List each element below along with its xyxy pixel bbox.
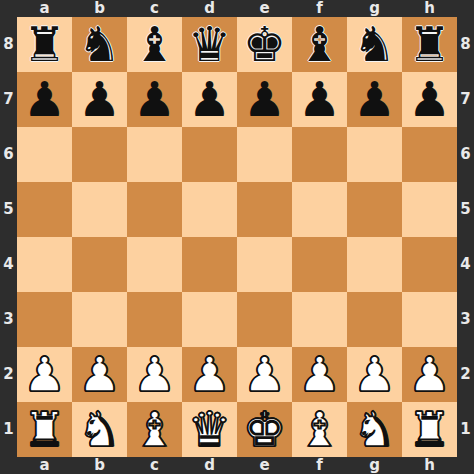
chessboard-screenshot: abcdefgh8♜♞♝♛♚♝♞♜87♟♟♟♟♟♟♟♟7665544332♟♟♟…: [0, 0, 474, 474]
square-b2[interactable]: ♟: [72, 347, 127, 402]
square-e8[interactable]: ♚: [237, 17, 292, 72]
rank-label-left-2: 2: [0, 347, 17, 402]
square-d6[interactable]: [182, 127, 237, 182]
file-label-bottom-f: f: [292, 457, 347, 474]
piece-black-pawn[interactable]: ♟: [237, 72, 292, 127]
square-e6[interactable]: [237, 127, 292, 182]
piece-white-king[interactable]: ♚: [237, 402, 292, 457]
piece-white-pawn[interactable]: ♟: [402, 347, 457, 402]
piece-white-bishop[interactable]: ♝: [127, 402, 182, 457]
square-c2[interactable]: ♟: [127, 347, 182, 402]
piece-black-knight[interactable]: ♞: [72, 17, 127, 72]
square-b6[interactable]: [72, 127, 127, 182]
piece-white-knight[interactable]: ♞: [347, 402, 402, 457]
rank-label-left-3: 3: [0, 292, 17, 347]
file-label-top-c: c: [127, 0, 182, 17]
square-g4[interactable]: [347, 237, 402, 292]
board-border-corner: [457, 457, 474, 474]
file-label-bottom-c: c: [127, 457, 182, 474]
piece-white-queen[interactable]: ♛: [182, 402, 237, 457]
square-e2[interactable]: ♟: [237, 347, 292, 402]
piece-black-pawn[interactable]: ♟: [72, 72, 127, 127]
piece-black-pawn[interactable]: ♟: [347, 72, 402, 127]
rank-label-right-1: 1: [457, 402, 474, 457]
square-g7[interactable]: ♟: [347, 72, 402, 127]
rank-label-right-4: 4: [457, 237, 474, 292]
square-b3[interactable]: [72, 292, 127, 347]
square-d8[interactable]: ♛: [182, 17, 237, 72]
square-c1[interactable]: ♝: [127, 402, 182, 457]
square-f1[interactable]: ♝: [292, 402, 347, 457]
board-border-corner: [0, 0, 17, 17]
rank-label-right-6: 6: [457, 127, 474, 182]
square-h8[interactable]: ♜: [402, 17, 457, 72]
square-d4[interactable]: [182, 237, 237, 292]
piece-white-pawn[interactable]: ♟: [17, 347, 72, 402]
square-g1[interactable]: ♞: [347, 402, 402, 457]
square-a1[interactable]: ♜: [17, 402, 72, 457]
square-h3[interactable]: [402, 292, 457, 347]
piece-black-rook[interactable]: ♜: [17, 17, 72, 72]
file-label-top-g: g: [347, 0, 402, 17]
square-d5[interactable]: [182, 182, 237, 237]
square-e1[interactable]: ♚: [237, 402, 292, 457]
square-b4[interactable]: [72, 237, 127, 292]
piece-black-bishop[interactable]: ♝: [292, 17, 347, 72]
piece-black-pawn[interactable]: ♟: [127, 72, 182, 127]
square-f7[interactable]: ♟: [292, 72, 347, 127]
piece-black-bishop[interactable]: ♝: [127, 17, 182, 72]
file-label-bottom-e: e: [237, 457, 292, 474]
square-f3[interactable]: [292, 292, 347, 347]
file-label-bottom-d: d: [182, 457, 237, 474]
square-g3[interactable]: [347, 292, 402, 347]
square-f6[interactable]: [292, 127, 347, 182]
file-label-top-a: a: [17, 0, 72, 17]
rank-label-left-7: 7: [0, 72, 17, 127]
board-border-corner: [457, 0, 474, 17]
square-f2[interactable]: ♟: [292, 347, 347, 402]
piece-white-pawn[interactable]: ♟: [127, 347, 182, 402]
square-a5[interactable]: [17, 182, 72, 237]
rank-label-left-8: 8: [0, 17, 17, 72]
square-g5[interactable]: [347, 182, 402, 237]
piece-black-pawn[interactable]: ♟: [17, 72, 72, 127]
square-h2[interactable]: ♟: [402, 347, 457, 402]
file-label-bottom-b: b: [72, 457, 127, 474]
rank-label-right-2: 2: [457, 347, 474, 402]
piece-black-king[interactable]: ♚: [237, 17, 292, 72]
piece-white-bishop[interactable]: ♝: [292, 402, 347, 457]
piece-black-pawn[interactable]: ♟: [182, 72, 237, 127]
square-c8[interactable]: ♝: [127, 17, 182, 72]
piece-black-pawn[interactable]: ♟: [402, 72, 457, 127]
piece-white-rook[interactable]: ♜: [402, 402, 457, 457]
piece-white-pawn[interactable]: ♟: [237, 347, 292, 402]
square-b1[interactable]: ♞: [72, 402, 127, 457]
rank-label-right-3: 3: [457, 292, 474, 347]
square-h5[interactable]: [402, 182, 457, 237]
square-e7[interactable]: ♟: [237, 72, 292, 127]
square-c7[interactable]: ♟: [127, 72, 182, 127]
chess-board: abcdefgh8♜♞♝♛♚♝♞♜87♟♟♟♟♟♟♟♟7665544332♟♟♟…: [0, 0, 474, 474]
square-a7[interactable]: ♟: [17, 72, 72, 127]
square-d1[interactable]: ♛: [182, 402, 237, 457]
rank-label-left-6: 6: [0, 127, 17, 182]
square-f5[interactable]: [292, 182, 347, 237]
piece-white-pawn[interactable]: ♟: [182, 347, 237, 402]
square-e5[interactable]: [237, 182, 292, 237]
square-a8[interactable]: ♜: [17, 17, 72, 72]
file-label-top-e: e: [237, 0, 292, 17]
square-e4[interactable]: [237, 237, 292, 292]
square-a6[interactable]: [17, 127, 72, 182]
square-a4[interactable]: [17, 237, 72, 292]
piece-black-queen[interactable]: ♛: [182, 17, 237, 72]
square-g6[interactable]: [347, 127, 402, 182]
square-a3[interactable]: [17, 292, 72, 347]
rank-label-right-7: 7: [457, 72, 474, 127]
square-g2[interactable]: ♟: [347, 347, 402, 402]
rank-label-left-5: 5: [0, 182, 17, 237]
file-label-top-d: d: [182, 0, 237, 17]
square-h4[interactable]: [402, 237, 457, 292]
square-d3[interactable]: [182, 292, 237, 347]
square-c4[interactable]: [127, 237, 182, 292]
square-c3[interactable]: [127, 292, 182, 347]
square-f8[interactable]: ♝: [292, 17, 347, 72]
piece-black-knight[interactable]: ♞: [347, 17, 402, 72]
rank-label-right-5: 5: [457, 182, 474, 237]
piece-white-pawn[interactable]: ♟: [72, 347, 127, 402]
square-e3[interactable]: [237, 292, 292, 347]
square-b5[interactable]: [72, 182, 127, 237]
square-h6[interactable]: [402, 127, 457, 182]
piece-white-rook[interactable]: ♜: [17, 402, 72, 457]
piece-white-knight[interactable]: ♞: [72, 402, 127, 457]
square-f4[interactable]: [292, 237, 347, 292]
square-c5[interactable]: [127, 182, 182, 237]
file-label-top-b: b: [72, 0, 127, 17]
file-label-top-f: f: [292, 0, 347, 17]
piece-white-pawn[interactable]: ♟: [347, 347, 402, 402]
file-label-top-h: h: [402, 0, 457, 17]
file-label-bottom-g: g: [347, 457, 402, 474]
square-c6[interactable]: [127, 127, 182, 182]
file-label-bottom-h: h: [402, 457, 457, 474]
file-label-bottom-a: a: [17, 457, 72, 474]
square-b7[interactable]: ♟: [72, 72, 127, 127]
square-g8[interactable]: ♞: [347, 17, 402, 72]
board-border-corner: [0, 457, 17, 474]
rank-label-right-8: 8: [457, 17, 474, 72]
rank-label-left-1: 1: [0, 402, 17, 457]
square-a2[interactable]: ♟: [17, 347, 72, 402]
piece-black-pawn[interactable]: ♟: [292, 72, 347, 127]
square-d7[interactable]: ♟: [182, 72, 237, 127]
piece-black-rook[interactable]: ♜: [402, 17, 457, 72]
square-h7[interactable]: ♟: [402, 72, 457, 127]
rank-label-left-4: 4: [0, 237, 17, 292]
piece-white-pawn[interactable]: ♟: [292, 347, 347, 402]
square-h1[interactable]: ♜: [402, 402, 457, 457]
square-b8[interactable]: ♞: [72, 17, 127, 72]
square-d2[interactable]: ♟: [182, 347, 237, 402]
